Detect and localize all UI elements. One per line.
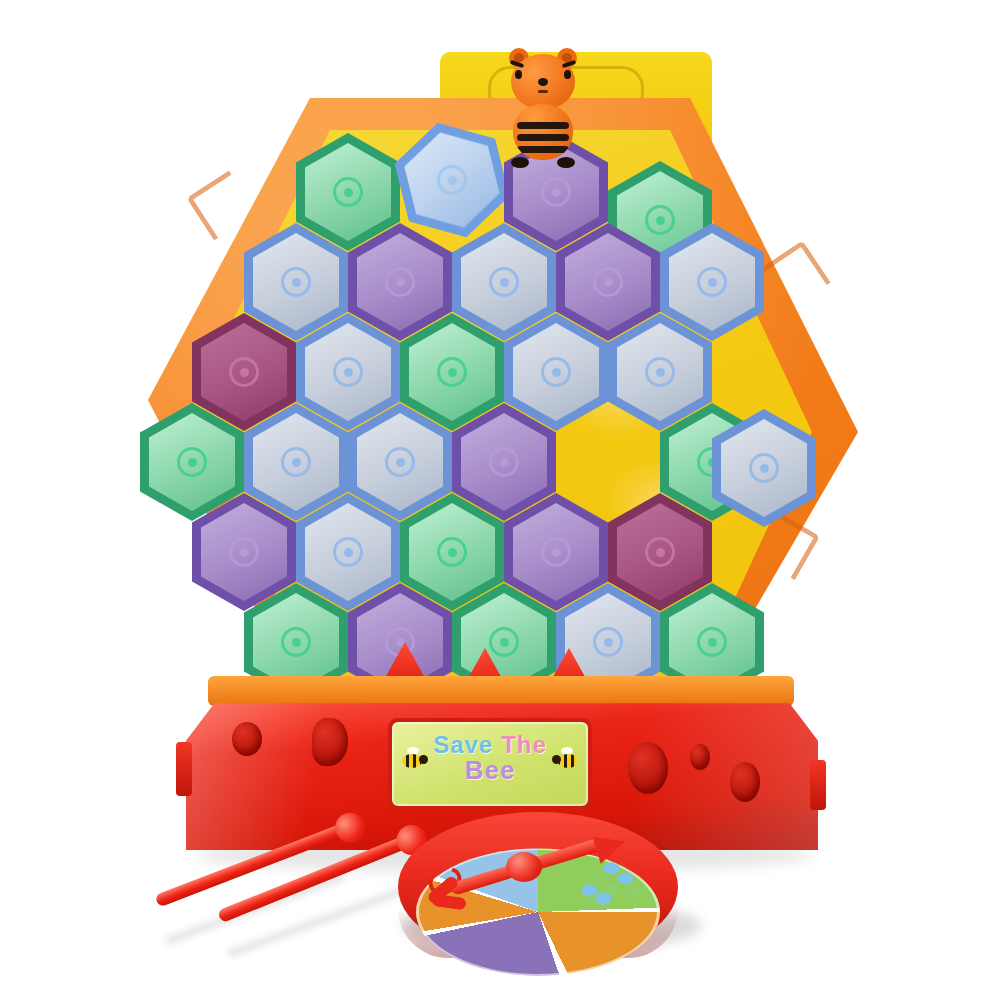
bee-icon: [552, 750, 578, 770]
bee-eye: [515, 70, 522, 79]
molded-bug: [628, 742, 668, 794]
bee-eye: [564, 70, 571, 79]
label-word: Bee: [465, 757, 516, 784]
label-word: Save: [433, 732, 493, 757]
base-side-tab: [810, 760, 826, 810]
bee-mouth: [538, 90, 548, 93]
bee-figure[interactable]: [497, 48, 589, 170]
label-word: The: [501, 732, 547, 757]
molded-bug: [730, 762, 760, 802]
save-the-bee-game-photo: SaveThe Bee: [0, 0, 1000, 1000]
bee-foot: [557, 157, 575, 168]
molded-bug: [232, 722, 262, 756]
bee-nose: [538, 78, 548, 86]
molded-bug: [690, 744, 710, 770]
spinner-center-cap: [506, 852, 542, 882]
base-shelf: [208, 676, 794, 706]
bee-body: [513, 104, 573, 160]
hex-cluster-icon: [582, 862, 646, 902]
label-plate: SaveThe Bee: [388, 718, 592, 810]
bee-icon: [402, 750, 428, 770]
base-side-tab: [176, 742, 192, 796]
bee-foot: [511, 157, 529, 168]
